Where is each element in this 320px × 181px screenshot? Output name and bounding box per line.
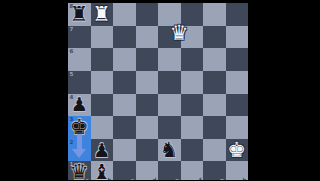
square-g7[interactable] <box>203 26 226 49</box>
rank-label-2: 2 <box>70 140 74 146</box>
square-d6[interactable] <box>136 48 159 71</box>
square-a7[interactable]: 7 <box>68 26 91 49</box>
white-queen[interactable]: ♛ <box>168 23 191 46</box>
square-a5[interactable]: 5 <box>68 71 91 94</box>
file-label-d: d <box>153 178 157 181</box>
square-g1[interactable]: g <box>203 161 226 180</box>
square-a2[interactable]: 2 <box>68 139 91 162</box>
rank-label-6: 6 <box>70 49 74 55</box>
black-pawn-a4[interactable]: ♟ <box>68 94 91 117</box>
file-label-g: g <box>220 178 224 181</box>
square-a1[interactable]: 1a♛ <box>68 161 91 180</box>
square-c5[interactable] <box>113 71 136 94</box>
square-h4[interactable] <box>226 94 249 117</box>
square-f3[interactable] <box>181 116 204 139</box>
square-g6[interactable] <box>203 48 226 71</box>
square-a4[interactable]: 4♟ <box>68 94 91 117</box>
square-d3[interactable] <box>136 116 159 139</box>
square-h2[interactable]: ♚ <box>226 139 249 162</box>
square-d1[interactable]: d <box>136 161 159 180</box>
black-bishop[interactable]: ♝ <box>91 161 114 180</box>
square-e1[interactable]: e <box>158 161 181 180</box>
rank-label-7: 7 <box>70 27 74 33</box>
rank-label-5: 5 <box>70 72 74 78</box>
square-h7[interactable] <box>226 26 249 49</box>
black-knight[interactable]: ♞ <box>158 139 181 162</box>
square-g8[interactable] <box>203 3 226 26</box>
square-h1[interactable]: h <box>226 161 249 180</box>
file-label-c: c <box>131 178 134 181</box>
square-c3[interactable] <box>113 116 136 139</box>
square-g3[interactable] <box>203 116 226 139</box>
square-f2[interactable] <box>181 139 204 162</box>
square-b2[interactable]: ♟ <box>91 139 114 162</box>
square-h6[interactable] <box>226 48 249 71</box>
square-f4[interactable] <box>181 94 204 117</box>
square-h3[interactable] <box>226 116 249 139</box>
square-e6[interactable] <box>158 48 181 71</box>
black-king[interactable]: ♚ <box>68 116 91 139</box>
letterbox-background: 8♜♜7♛654♟3♚2♟♞♚1a♛b♝cdefgh <box>0 0 320 180</box>
file-label-e: e <box>175 178 179 181</box>
square-b8[interactable]: ♜ <box>91 3 114 26</box>
white-rook[interactable]: ♜ <box>91 3 114 26</box>
white-king[interactable]: ♚ <box>226 139 249 162</box>
square-g4[interactable] <box>203 94 226 117</box>
black-queen[interactable]: ♛ <box>68 161 91 180</box>
black-rook[interactable]: ♜ <box>68 3 91 26</box>
square-a6[interactable]: 6 <box>68 48 91 71</box>
square-c6[interactable] <box>113 48 136 71</box>
square-c4[interactable] <box>113 94 136 117</box>
square-b7[interactable] <box>91 26 114 49</box>
square-f5[interactable] <box>181 71 204 94</box>
black-pawn-b2[interactable]: ♟ <box>91 139 114 162</box>
chess-board: 8♜♜7♛654♟3♚2♟♞♚1a♛b♝cdefgh <box>68 3 248 180</box>
square-b3[interactable] <box>91 116 114 139</box>
square-d8[interactable] <box>136 3 159 26</box>
square-c7[interactable] <box>113 26 136 49</box>
square-a8[interactable]: 8♜ <box>68 3 91 26</box>
square-d4[interactable] <box>136 94 159 117</box>
square-d2[interactable] <box>136 139 159 162</box>
square-e3[interactable] <box>158 116 181 139</box>
square-b6[interactable] <box>91 48 114 71</box>
square-d7[interactable] <box>136 26 159 49</box>
file-label-f: f <box>199 178 201 181</box>
square-h5[interactable] <box>226 71 249 94</box>
square-g2[interactable] <box>203 139 226 162</box>
square-c1[interactable]: c <box>113 161 136 180</box>
square-e5[interactable] <box>158 71 181 94</box>
square-b5[interactable] <box>91 71 114 94</box>
square-e4[interactable] <box>158 94 181 117</box>
file-label-h: h <box>243 178 247 181</box>
square-e2[interactable]: ♞ <box>158 139 181 162</box>
square-a3[interactable]: 3♚ <box>68 116 91 139</box>
square-d5[interactable] <box>136 71 159 94</box>
square-h8[interactable] <box>226 3 249 26</box>
square-e7[interactable]: ♛ <box>158 26 181 49</box>
square-c8[interactable] <box>113 3 136 26</box>
square-b4[interactable] <box>91 94 114 117</box>
square-f1[interactable]: f <box>181 161 204 180</box>
square-f6[interactable] <box>181 48 204 71</box>
square-b1[interactable]: b♝ <box>91 161 114 180</box>
square-c2[interactable] <box>113 139 136 162</box>
square-g5[interactable] <box>203 71 226 94</box>
